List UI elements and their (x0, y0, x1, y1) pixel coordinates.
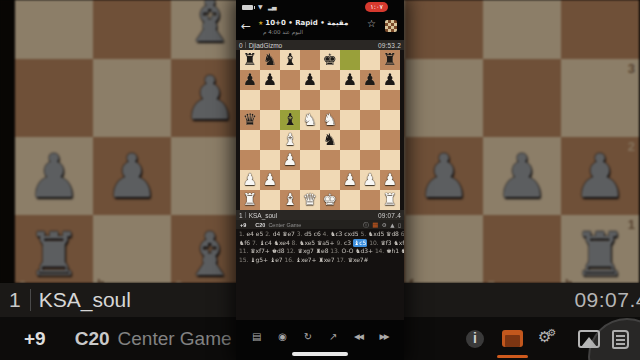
status-badge: ١:٠٧ (365, 2, 388, 12)
move-Nxe5[interactable]: ♞xe5 (401, 247, 404, 256)
board-tab-icon[interactable] (502, 330, 523, 347)
flip-board-icon[interactable]: ↻ (304, 331, 312, 342)
square-f4[interactable] (340, 130, 360, 150)
square-b8[interactable]: ♞ (260, 50, 280, 70)
move-Bg5+[interactable]: ♝g5+ (250, 256, 268, 265)
move-d5[interactable]: d5 (304, 230, 311, 239)
square-b2[interactable]: ♟ (260, 170, 280, 190)
square-g7[interactable]: ♟ (360, 70, 380, 90)
square-b1[interactable] (260, 190, 280, 210)
square-b3[interactable] (260, 150, 280, 170)
move-list: 1.e4e52.d4♛e73.d5c64.♞c3cxd55.♞xd5♛d86.♞… (236, 229, 404, 265)
move-Qxf7+[interactable]: ♛xf7+ (250, 247, 269, 256)
piece-white-knight: ♞ (320, 110, 340, 130)
piece-black-queen: ♛ (240, 110, 260, 130)
move-Rxe7[interactable]: ♜xe7 (319, 256, 335, 265)
home-indicator (292, 352, 348, 356)
square-g3[interactable] (360, 150, 380, 170)
square-e5[interactable]: ♞ (320, 110, 340, 130)
move-number: 9. (337, 239, 343, 248)
square-b6[interactable] (260, 90, 280, 110)
move-number: 10. (369, 239, 378, 248)
board-tab-icon[interactable]: ▦ (372, 221, 378, 229)
square-g6[interactable] (360, 90, 380, 110)
bottom-player-score: 1 (239, 212, 243, 219)
move-e4[interactable]: e4 (247, 230, 254, 239)
piece-white-pawn: ♟ (240, 170, 260, 190)
move-number: 17. (336, 256, 345, 265)
banner-player-score: 1 (9, 288, 21, 312)
square-h4[interactable] (380, 130, 400, 150)
square-a5[interactable]: ♛ (240, 110, 260, 130)
battery-icon (242, 5, 253, 11)
square-b5[interactable] (260, 110, 280, 130)
divider (245, 212, 246, 218)
piece-black-pawn: ♟ (300, 70, 320, 90)
settings-gears-icon[interactable]: ⚙⚙ (538, 328, 560, 346)
square-a2[interactable]: ♟ (240, 170, 260, 190)
game-title: ★ 10+0 • Rapid • مقيمة (258, 19, 348, 27)
square-a8[interactable]: ♜ (240, 50, 260, 70)
banner-opening-name: Center Game (118, 328, 232, 350)
piece-black-bishop: ♝ (280, 50, 300, 70)
move-line: 15.♝g5+♝e716.♝xe7+♜xe717.♛xe7# (239, 256, 404, 265)
move-Kd8[interactable]: ♚d8 (272, 247, 285, 256)
piece-black-pawn: ♟ (240, 70, 260, 90)
checkerboard-icon[interactable] (385, 20, 397, 32)
square-e8[interactable]: ♚ (320, 50, 340, 70)
forward-icon[interactable]: ▶▶ (379, 332, 388, 341)
piece-white-king: ♚ (320, 190, 340, 210)
move-Nxe4[interactable]: ♞xe4 (274, 239, 290, 248)
chart-icon[interactable]: ▲ (390, 222, 394, 228)
move-Be7[interactable]: ♝e7 (270, 256, 283, 265)
piece-black-king: ♚ (320, 50, 340, 70)
move-number: 12. (286, 247, 295, 256)
top-player-name: DjiadGizmo (249, 42, 283, 49)
info-icon[interactable]: ⓘ (363, 222, 369, 229)
square-f7[interactable]: ♟ (340, 70, 360, 90)
move-cxd5[interactable]: cxd5 (344, 230, 358, 239)
move-Nd3+[interactable]: ♞d3+ (355, 247, 373, 256)
top-player-clock: 09:53.2 (378, 42, 401, 49)
piece-white-pawn: ♟ (260, 170, 280, 190)
move-Nxd5[interactable]: ♞xd5 (368, 230, 384, 239)
star-bookmark-icon[interactable]: ☆ (367, 18, 376, 29)
square-h3[interactable] (380, 150, 400, 170)
square-a6[interactable] (240, 90, 260, 110)
engine-toggle-icon[interactable]: ◉ (278, 331, 287, 342)
piece-black-pawn: ♟ (380, 70, 400, 90)
square-e7[interactable] (320, 70, 340, 90)
bottom-player-row: 1 KSA_soul 09:07.4 (236, 210, 404, 220)
move-number: 11. (239, 247, 248, 256)
piece-white-knight: ♞ (300, 110, 320, 130)
square-f1[interactable] (340, 190, 360, 210)
square-d1[interactable]: ♛ (300, 190, 320, 210)
move-c6[interactable]: c6 (314, 230, 321, 239)
square-c3[interactable]: ♟ (280, 150, 300, 170)
square-a3[interactable] (240, 150, 260, 170)
square-d7[interactable]: ♟ (300, 70, 320, 90)
square-g1[interactable] (360, 190, 380, 210)
square-e2[interactable] (320, 170, 340, 190)
move-Bc4[interactable]: ♝c4 (260, 239, 272, 248)
square-d6[interactable] (300, 90, 320, 110)
game-subtitle: اليوم عند 4:00 م (263, 29, 303, 35)
piece-white-pawn: ♟ (340, 170, 360, 190)
menu-list-icon[interactable]: ▤ (252, 331, 261, 342)
square-e3[interactable] (320, 150, 340, 170)
move-Qe7[interactable]: ♛e7 (282, 230, 295, 239)
square-h1[interactable]: ♜ (380, 190, 400, 210)
move-line: 11.♛xf7+♚d812.♛xg7♜e813.O-O♞d3+14.♚h1♞xe… (239, 247, 404, 256)
move-number: 2. (265, 230, 271, 239)
move-Nc3[interactable]: ♞c3 (330, 230, 342, 239)
square-e1[interactable]: ♚ (320, 190, 340, 210)
move-Qxe7#[interactable]: ♛xe7# (348, 256, 369, 265)
square-h8[interactable]: ♜ (380, 50, 400, 70)
piece-white-queen: ♛ (300, 190, 320, 210)
opening-name: Center Game (268, 222, 301, 228)
move-number: 16. (284, 256, 293, 265)
piece-white-rook: ♜ (240, 190, 260, 210)
square-e6[interactable] (320, 90, 340, 110)
piece-white-bishop: ♝ (280, 130, 300, 150)
square-a1[interactable]: ♜ (240, 190, 260, 210)
move-line: ♞f67.♝c4♞xe48.♞xe5♛a5+9.c3♝c510.♛f3♞xf2 (239, 239, 404, 248)
rewind-icon[interactable]: ◀◀ (354, 332, 363, 341)
square-a7[interactable]: ♟ (240, 70, 260, 90)
divider (245, 42, 246, 48)
signal-icon: ▂▄ (268, 3, 276, 10)
piece-white-pawn: ♟ (380, 170, 400, 190)
square-c8[interactable]: ♝ (280, 50, 300, 70)
top-player-score: 0 (239, 42, 243, 49)
move-Qa5+[interactable]: ♛a5+ (317, 239, 335, 248)
square-d4[interactable] (300, 130, 320, 150)
move-Nxf2[interactable]: ♞xf2 (393, 239, 404, 248)
square-e4[interactable]: ♞ (320, 130, 340, 150)
phone-status-bar: ▼ ▂▄ ١:٠٧ (236, 0, 404, 14)
book-icon[interactable]: ▯ (398, 222, 401, 228)
move-Bxe7+[interactable]: ♝xe7+ (296, 256, 317, 265)
square-g4[interactable] (360, 130, 380, 150)
move-number: 14. (375, 247, 384, 256)
square-f5[interactable] (340, 110, 360, 130)
move-Qd8[interactable]: ♛d8 (386, 230, 399, 239)
piece-black-rook: ♜ (240, 50, 260, 70)
move-d4[interactable]: d4 (273, 230, 280, 239)
square-h7[interactable]: ♟ (380, 70, 400, 90)
move-e5[interactable]: e5 (256, 230, 263, 239)
square-d8[interactable] (300, 50, 320, 70)
banner-player-name: KSA_soul (39, 288, 131, 312)
piece-white-rook: ♜ (380, 190, 400, 210)
square-b7[interactable]: ♟ (260, 70, 280, 90)
move-Nxe5[interactable]: ♞xe5 (299, 239, 315, 248)
square-b4[interactable] (260, 130, 280, 150)
piece-white-pawn: ♟ (360, 170, 380, 190)
square-f6[interactable] (340, 90, 360, 110)
piece-black-pawn: ♟ (340, 70, 360, 90)
move-line: 1.e4e52.d4♛e73.d5c64.♞c3cxd55.♞xd5♛d86.♞… (239, 230, 404, 239)
banner-eco-code: C20 (75, 328, 110, 350)
square-f8[interactable] (340, 50, 360, 70)
move-number: 1. (239, 230, 245, 239)
screenshot-stage: ♝♞♟3♟♟♟♟♟2♜ab♝c♛d♚efg♜h1 1 KSA_soul 09:0… (0, 0, 640, 360)
banner-eval: +9 (24, 328, 46, 350)
wifi-icon: ▼ (258, 3, 263, 10)
move-number: 4. (323, 230, 329, 239)
move-Nf6[interactable]: ♞f6 (239, 239, 250, 248)
active-tab-underline (497, 355, 528, 358)
engine-eval: +9 (240, 222, 246, 228)
move-number: 5. (360, 230, 366, 239)
square-c4[interactable]: ♝ (280, 130, 300, 150)
board-tab-inner (505, 335, 520, 347)
piece-black-knight: ♞ (260, 50, 280, 70)
top-player-row: 0 DjiadGizmo 09:53.2 (236, 40, 404, 50)
square-c7[interactable] (280, 70, 300, 90)
piece-white-pawn: ♟ (280, 150, 300, 170)
analysis-header-icons: ⓘ ▦ ⚙ ▲ ▯ (363, 221, 401, 229)
piece-white-bishop: ♝ (280, 190, 300, 210)
square-h2[interactable]: ♟ (380, 170, 400, 190)
move-Kh1[interactable]: ♚h1 (386, 247, 399, 256)
piece-black-bishop: ♝ (280, 110, 300, 130)
move-c3[interactable]: c3 (344, 239, 351, 248)
banner-player-clock: 09:07.4 (574, 288, 640, 312)
move-Qf3[interactable]: ♛f3 (380, 239, 391, 248)
bottom-player-clock: 09:07.4 (378, 212, 401, 219)
square-f3[interactable] (340, 150, 360, 170)
square-c6[interactable] (280, 90, 300, 110)
phone-screen: ▼ ▂▄ ١:٠٧ ← ★ 10+0 • Rapid • مقيمة اليوم… (236, 0, 404, 360)
move-Re8[interactable]: ♜e8 (316, 247, 329, 256)
rapid-icon: ★ (258, 19, 263, 26)
piece-black-knight: ♞ (320, 130, 340, 150)
piece-black-pawn: ♟ (260, 70, 280, 90)
move-Qxg7[interactable]: ♛xg7 (298, 247, 314, 256)
eco-code: C20 (255, 222, 265, 228)
move-number: 8. (292, 239, 298, 248)
piece-black-rook: ♜ (380, 50, 400, 70)
move-O-O[interactable]: O-O (342, 247, 354, 256)
square-a4[interactable] (240, 130, 260, 150)
square-g8[interactable] (360, 50, 380, 70)
info-icon[interactable]: i (466, 330, 484, 348)
square-g2[interactable]: ♟ (360, 170, 380, 190)
square-h5[interactable] (380, 110, 400, 130)
piece-black-pawn: ♟ (360, 70, 380, 90)
square-d3[interactable] (300, 150, 320, 170)
move-number: 3. (297, 230, 303, 239)
square-h6[interactable] (380, 90, 400, 110)
back-button[interactable]: ← (241, 19, 251, 33)
move-Bc5[interactable]: ♝c5 (353, 239, 367, 248)
move-number: 15. (239, 256, 248, 265)
move-number: 7. (252, 239, 258, 248)
analysis-arrow-icon[interactable]: ↗ (329, 331, 337, 342)
square-g5[interactable] (360, 110, 380, 130)
square-d5[interactable]: ♞ (300, 110, 320, 130)
settings-gears-icon[interactable]: ⚙ (382, 222, 387, 228)
phone-nav-bar: ← ★ 10+0 • Rapid • مقيمة اليوم عند 4:00 … (236, 14, 404, 40)
square-f2[interactable]: ♟ (340, 170, 360, 190)
square-c5[interactable]: ♝ (280, 110, 300, 130)
square-c1[interactable]: ♝ (280, 190, 300, 210)
square-d2[interactable] (300, 170, 320, 190)
chess-board: ♜♞♝♚♜♟♟♟♟♟♟♛♝♞♞♝♞♟♟♟♟♟♟♜♝♛♚♜ (240, 50, 400, 210)
divider (30, 289, 31, 311)
move-number: 13. (330, 247, 339, 256)
square-c2[interactable] (280, 170, 300, 190)
bottom-player-name: KSA_soul (249, 212, 278, 219)
